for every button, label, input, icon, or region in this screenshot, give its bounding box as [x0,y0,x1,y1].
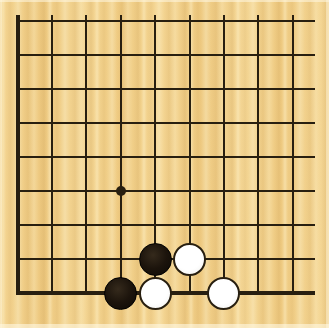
grid-line-horizontal [16,224,316,226]
grid-line-vertical [223,15,225,295]
white-stone [173,243,206,276]
grid-line-horizontal [16,156,316,158]
go-diagram [0,0,329,328]
grid-line-vertical [85,15,87,295]
white-stone [139,277,172,310]
grid-line-horizontal [16,20,316,22]
grid-line-vertical [51,15,53,295]
go-board[interactable] [0,0,329,328]
star-point [116,186,126,196]
white-stone [207,277,240,310]
grid-line-horizontal [16,122,316,124]
grid-line-horizontal [16,88,316,90]
black-stone [104,277,137,310]
grid-line-vertical [257,15,259,295]
grid-line-vertical [120,15,122,295]
grid-line-horizontal [16,54,316,56]
board-edge-left [16,15,20,295]
black-stone [139,243,172,276]
grid-line-horizontal [16,190,316,192]
grid-line-vertical [292,15,294,295]
